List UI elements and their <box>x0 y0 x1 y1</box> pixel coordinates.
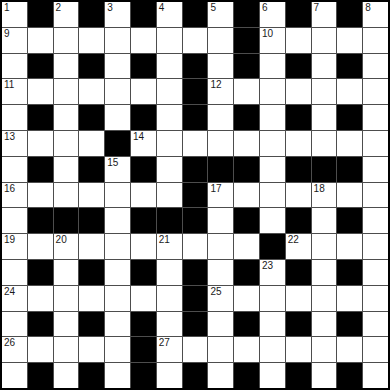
white-cell[interactable] <box>234 234 259 259</box>
white-cell[interactable]: 1 <box>2 2 27 27</box>
white-cell[interactable]: 21 <box>157 234 182 259</box>
clue-number: 2 <box>56 2 62 13</box>
clue-number: 11 <box>4 79 14 90</box>
white-cell[interactable] <box>2 312 27 337</box>
black-cell <box>286 260 311 285</box>
white-cell[interactable] <box>54 363 79 388</box>
white-cell[interactable]: 4 <box>157 2 182 27</box>
white-cell[interactable] <box>312 28 337 53</box>
clue-number: 17 <box>210 183 221 194</box>
clue-number: 25 <box>210 286 221 297</box>
white-cell[interactable] <box>312 79 337 104</box>
white-cell[interactable] <box>312 312 337 337</box>
white-cell[interactable] <box>54 183 79 208</box>
white-cell[interactable] <box>337 28 362 53</box>
black-cell <box>234 105 259 130</box>
white-cell[interactable] <box>363 105 388 130</box>
white-cell[interactable] <box>105 183 130 208</box>
black-cell <box>337 157 362 182</box>
white-cell[interactable] <box>286 28 311 53</box>
clue-number: 8 <box>365 2 371 13</box>
white-cell[interactable] <box>157 312 182 337</box>
white-cell[interactable]: 5 <box>208 2 233 27</box>
white-cell[interactable]: 23 <box>260 260 285 285</box>
white-cell[interactable] <box>363 131 388 156</box>
black-cell <box>183 79 208 104</box>
white-cell[interactable] <box>105 337 130 362</box>
black-cell <box>286 363 311 388</box>
white-cell[interactable] <box>157 28 182 53</box>
black-cell <box>131 260 156 285</box>
white-cell[interactable] <box>79 28 104 53</box>
white-cell[interactable] <box>234 183 259 208</box>
clue-number: 27 <box>159 337 170 348</box>
white-cell[interactable] <box>208 54 233 79</box>
black-cell <box>79 157 104 182</box>
white-cell[interactable] <box>105 363 130 388</box>
white-cell[interactable] <box>28 79 53 104</box>
clue-number: 7 <box>314 2 320 13</box>
black-cell <box>337 105 362 130</box>
black-cell <box>183 183 208 208</box>
black-cell <box>157 208 182 233</box>
clue-number: 23 <box>262 260 273 271</box>
white-cell[interactable] <box>54 157 79 182</box>
white-cell[interactable] <box>105 105 130 130</box>
black-cell <box>337 54 362 79</box>
white-cell[interactable] <box>2 105 27 130</box>
white-cell[interactable] <box>260 337 285 362</box>
black-cell <box>131 105 156 130</box>
white-cell[interactable] <box>79 286 104 311</box>
white-cell[interactable] <box>157 183 182 208</box>
white-cell[interactable] <box>183 337 208 362</box>
clue-number: 4 <box>159 2 165 13</box>
white-cell[interactable] <box>54 28 79 53</box>
clue-number: 15 <box>107 157 118 168</box>
crossword-puzzle: 1234567891011121314151617181920212223242… <box>0 0 390 390</box>
white-cell[interactable]: 26 <box>2 337 27 362</box>
black-cell <box>208 157 233 182</box>
white-cell[interactable] <box>337 131 362 156</box>
white-cell[interactable] <box>157 260 182 285</box>
white-cell[interactable] <box>363 234 388 259</box>
white-cell[interactable]: 20 <box>54 234 79 259</box>
clue-number: 22 <box>288 234 299 245</box>
white-cell[interactable] <box>105 312 130 337</box>
black-cell <box>28 157 53 182</box>
white-cell[interactable]: 6 <box>260 2 285 27</box>
crossword-grid: 1234567891011121314151617181920212223242… <box>0 0 390 390</box>
white-cell[interactable] <box>131 183 156 208</box>
white-cell[interactable] <box>260 79 285 104</box>
black-cell <box>28 105 53 130</box>
white-cell[interactable] <box>28 28 53 53</box>
black-cell <box>337 260 362 285</box>
black-cell <box>234 157 259 182</box>
white-cell[interactable] <box>286 79 311 104</box>
black-cell <box>234 260 259 285</box>
white-cell[interactable] <box>157 131 182 156</box>
white-cell[interactable] <box>363 54 388 79</box>
white-cell[interactable] <box>208 234 233 259</box>
white-cell[interactable] <box>208 131 233 156</box>
white-cell[interactable] <box>208 260 233 285</box>
white-cell[interactable]: 16 <box>2 183 27 208</box>
white-cell[interactable]: 13 <box>2 131 27 156</box>
black-cell <box>79 208 104 233</box>
white-cell[interactable] <box>157 54 182 79</box>
white-cell[interactable] <box>312 234 337 259</box>
white-cell[interactable] <box>28 286 53 311</box>
black-cell <box>286 105 311 130</box>
white-cell[interactable] <box>54 260 79 285</box>
white-cell[interactable] <box>312 260 337 285</box>
white-cell[interactable] <box>54 79 79 104</box>
white-cell[interactable] <box>54 131 79 156</box>
white-cell[interactable] <box>28 183 53 208</box>
black-cell <box>131 208 156 233</box>
white-cell[interactable] <box>131 234 156 259</box>
clue-number: 12 <box>210 79 221 90</box>
black-cell <box>131 54 156 79</box>
white-cell[interactable] <box>260 312 285 337</box>
white-cell[interactable] <box>54 312 79 337</box>
white-cell[interactable] <box>105 79 130 104</box>
white-cell[interactable] <box>2 208 27 233</box>
white-cell[interactable] <box>79 79 104 104</box>
white-cell[interactable]: 11 <box>2 79 27 104</box>
black-cell <box>131 337 156 362</box>
black-cell <box>234 208 259 233</box>
white-cell[interactable] <box>79 234 104 259</box>
black-cell <box>28 2 53 27</box>
white-cell[interactable] <box>363 337 388 362</box>
white-cell[interactable]: 24 <box>2 286 27 311</box>
black-cell <box>312 157 337 182</box>
white-cell[interactable] <box>208 208 233 233</box>
white-cell[interactable] <box>337 183 362 208</box>
black-cell <box>28 312 53 337</box>
white-cell[interactable] <box>363 157 388 182</box>
white-cell[interactable] <box>28 337 53 362</box>
white-cell[interactable] <box>157 286 182 311</box>
white-cell[interactable] <box>105 28 130 53</box>
white-cell[interactable]: 2 <box>54 2 79 27</box>
black-cell <box>286 312 311 337</box>
white-cell[interactable] <box>208 312 233 337</box>
black-cell <box>131 312 156 337</box>
black-cell <box>337 312 362 337</box>
clue-number: 26 <box>4 337 15 348</box>
black-cell <box>28 363 53 388</box>
white-cell[interactable] <box>157 105 182 130</box>
white-cell[interactable]: 22 <box>286 234 311 259</box>
white-cell[interactable] <box>260 208 285 233</box>
clue-number: 16 <box>4 183 15 194</box>
white-cell[interactable] <box>260 131 285 156</box>
black-cell <box>286 157 311 182</box>
white-cell[interactable] <box>131 286 156 311</box>
black-cell <box>79 363 104 388</box>
white-cell[interactable]: 17 <box>208 183 233 208</box>
white-cell[interactable]: 7 <box>312 2 337 27</box>
black-cell <box>183 2 208 27</box>
white-cell[interactable] <box>2 157 27 182</box>
white-cell[interactable]: 15 <box>105 157 130 182</box>
white-cell[interactable] <box>183 28 208 53</box>
white-cell[interactable]: 10 <box>260 28 285 53</box>
white-cell[interactable] <box>312 54 337 79</box>
white-cell[interactable] <box>208 105 233 130</box>
black-cell <box>131 363 156 388</box>
white-cell[interactable]: 8 <box>363 2 388 27</box>
clue-number: 18 <box>314 183 325 194</box>
black-cell <box>234 312 259 337</box>
clue-number: 1 <box>4 2 10 13</box>
white-cell[interactable]: 12 <box>208 79 233 104</box>
white-cell[interactable] <box>183 131 208 156</box>
white-cell[interactable] <box>131 28 156 53</box>
black-cell <box>131 2 156 27</box>
white-cell[interactable] <box>54 105 79 130</box>
white-cell[interactable] <box>363 260 388 285</box>
clue-number: 13 <box>4 131 15 142</box>
black-cell <box>183 105 208 130</box>
clue-number: 24 <box>4 286 15 297</box>
white-cell[interactable]: 9 <box>2 28 27 53</box>
black-cell <box>337 363 362 388</box>
white-cell[interactable] <box>363 363 388 388</box>
white-cell[interactable] <box>312 363 337 388</box>
white-cell[interactable]: 3 <box>105 2 130 27</box>
clue-number: 21 <box>159 234 170 245</box>
white-cell[interactable] <box>131 79 156 104</box>
black-cell <box>234 363 259 388</box>
black-cell <box>183 312 208 337</box>
black-cell <box>79 54 104 79</box>
white-cell[interactable] <box>286 337 311 362</box>
white-cell[interactable] <box>28 234 53 259</box>
white-cell[interactable] <box>363 183 388 208</box>
white-cell[interactable] <box>363 208 388 233</box>
white-cell[interactable] <box>312 131 337 156</box>
black-cell <box>105 131 130 156</box>
white-cell[interactable] <box>79 131 104 156</box>
white-cell[interactable] <box>157 79 182 104</box>
white-cell[interactable] <box>312 105 337 130</box>
clue-number: 19 <box>4 234 15 245</box>
black-cell <box>286 2 311 27</box>
white-cell[interactable] <box>363 28 388 53</box>
white-cell[interactable] <box>105 208 130 233</box>
clue-number: 20 <box>56 234 67 245</box>
black-cell <box>28 260 53 285</box>
white-cell[interactable] <box>2 260 27 285</box>
white-cell[interactable] <box>234 79 259 104</box>
black-cell <box>79 312 104 337</box>
white-cell[interactable] <box>208 28 233 53</box>
white-cell[interactable] <box>260 157 285 182</box>
black-cell <box>183 260 208 285</box>
white-cell[interactable]: 25 <box>208 286 233 311</box>
clue-number: 10 <box>262 28 273 39</box>
black-cell <box>286 54 311 79</box>
white-cell[interactable] <box>260 183 285 208</box>
white-cell[interactable] <box>286 286 311 311</box>
black-cell <box>79 105 104 130</box>
white-cell[interactable] <box>337 79 362 104</box>
black-cell <box>183 54 208 79</box>
white-cell[interactable] <box>157 363 182 388</box>
black-cell <box>183 157 208 182</box>
white-cell[interactable] <box>286 183 311 208</box>
white-cell[interactable] <box>105 54 130 79</box>
white-cell[interactable] <box>105 260 130 285</box>
black-cell <box>131 157 156 182</box>
white-cell[interactable] <box>54 337 79 362</box>
white-cell[interactable] <box>337 286 362 311</box>
black-cell <box>183 286 208 311</box>
white-cell[interactable]: 14 <box>131 131 156 156</box>
white-cell[interactable] <box>337 337 362 362</box>
white-cell[interactable] <box>2 54 27 79</box>
white-cell[interactable] <box>234 337 259 362</box>
white-cell[interactable]: 18 <box>312 183 337 208</box>
white-cell[interactable] <box>312 286 337 311</box>
clue-number: 3 <box>107 2 113 13</box>
white-cell[interactable] <box>363 312 388 337</box>
clue-number: 9 <box>4 28 10 39</box>
white-cell[interactable] <box>54 286 79 311</box>
black-cell <box>28 208 53 233</box>
white-cell[interactable] <box>105 234 130 259</box>
black-cell <box>183 363 208 388</box>
white-cell[interactable]: 27 <box>157 337 182 362</box>
white-cell[interactable] <box>363 286 388 311</box>
white-cell[interactable] <box>234 131 259 156</box>
white-cell[interactable] <box>260 54 285 79</box>
white-cell[interactable] <box>208 363 233 388</box>
clue-number: 6 <box>262 2 268 13</box>
white-cell[interactable] <box>208 337 233 362</box>
black-cell <box>337 208 362 233</box>
black-cell <box>260 234 285 259</box>
white-cell[interactable] <box>183 234 208 259</box>
black-cell <box>28 54 53 79</box>
white-cell[interactable] <box>337 234 362 259</box>
white-cell[interactable] <box>286 131 311 156</box>
white-cell[interactable] <box>234 286 259 311</box>
white-cell[interactable] <box>312 208 337 233</box>
white-cell[interactable] <box>105 286 130 311</box>
white-cell[interactable] <box>363 79 388 104</box>
black-cell <box>79 2 104 27</box>
black-cell <box>79 260 104 285</box>
white-cell[interactable] <box>260 363 285 388</box>
clue-number: 5 <box>210 2 216 13</box>
black-cell <box>337 2 362 27</box>
black-cell <box>54 208 79 233</box>
white-cell[interactable] <box>79 337 104 362</box>
white-cell[interactable] <box>157 157 182 182</box>
white-cell[interactable] <box>79 183 104 208</box>
white-cell[interactable] <box>260 105 285 130</box>
white-cell[interactable] <box>260 286 285 311</box>
clue-number: 14 <box>133 131 144 142</box>
black-cell <box>234 54 259 79</box>
black-cell <box>234 2 259 27</box>
black-cell <box>234 28 259 53</box>
white-cell[interactable] <box>312 337 337 362</box>
white-cell[interactable] <box>54 54 79 79</box>
white-cell[interactable] <box>28 131 53 156</box>
black-cell <box>286 208 311 233</box>
black-cell <box>183 208 208 233</box>
white-cell[interactable]: 19 <box>2 234 27 259</box>
white-cell[interactable] <box>2 363 27 388</box>
